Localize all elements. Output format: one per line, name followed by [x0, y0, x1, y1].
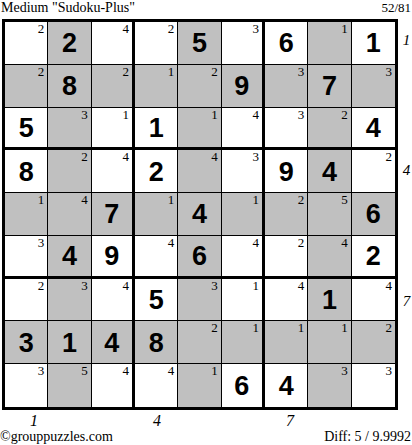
col-label-4: 4 — [147, 412, 167, 430]
cell-r6c2[interactable]: 4 — [48, 236, 91, 279]
cell-r6c9[interactable]: 2 — [352, 236, 395, 279]
cell-r5c7[interactable]: 2 — [265, 193, 308, 236]
cell-r1c2[interactable]: 2 — [48, 22, 91, 65]
pencil-mark: 4 — [211, 150, 218, 164]
cell-r5c9[interactable]: 6 — [352, 193, 395, 236]
pencil-mark: 3 — [298, 65, 305, 79]
cell-value: 4 — [104, 330, 119, 357]
pencil-mark: 4 — [122, 150, 129, 164]
pencil-mark: 1 — [211, 364, 218, 378]
cell-value: 1 — [149, 115, 164, 142]
cell-r8c1[interactable]: 3 — [5, 321, 48, 364]
cell-value: 1 — [322, 287, 337, 314]
pencil-mark: 2 — [211, 321, 218, 335]
cell-value: 2 — [366, 243, 381, 270]
row-label-4: 4 — [401, 162, 412, 179]
cell-r7c4[interactable]: 5 — [135, 279, 178, 322]
cell-r9c7[interactable]: 4 — [265, 364, 308, 407]
pencil-mark: 4 — [385, 279, 392, 293]
cell-r5c4[interactable]: 1 — [135, 193, 178, 236]
pencil-mark: 3 — [385, 364, 392, 378]
cell-r5c1[interactable]: 1 — [5, 193, 48, 236]
pencil-mark: 4 — [252, 236, 259, 250]
cell-value: 4 — [322, 159, 337, 186]
pencil-mark: 3 — [211, 279, 218, 293]
cell-r2c3[interactable]: 2 — [92, 65, 135, 108]
pencil-mark: 3 — [341, 364, 348, 378]
cell-value: 5 — [19, 115, 34, 142]
cell-r9c6[interactable]: 6 — [222, 364, 265, 407]
cell-r8c7[interactable]: 1 — [265, 321, 308, 364]
cell-r6c3[interactable]: 9 — [92, 236, 135, 279]
cell-value: 8 — [149, 330, 164, 357]
cell-r3c1[interactable]: 5 — [5, 108, 48, 151]
cell-r4c9[interactable]: 2 — [352, 150, 395, 193]
cell-r8c2[interactable]: 1 — [48, 321, 91, 364]
cell-value: 8 — [62, 73, 77, 100]
pencil-mark: 2 — [385, 321, 392, 335]
cell-r1c4[interactable]: 2 — [135, 22, 178, 65]
pencil-mark: 1 — [252, 193, 259, 207]
pencil-mark: 2 — [38, 22, 45, 36]
pencil-mark: 3 — [81, 279, 88, 293]
cell-value: 1 — [62, 330, 77, 357]
cell-r1c8[interactable]: 1 — [308, 22, 351, 65]
pencil-mark: 4 — [341, 236, 348, 250]
cell-r9c4[interactable]: 4 — [135, 364, 178, 407]
pencil-mark: 2 — [81, 150, 88, 164]
cell-r7c8[interactable]: 1 — [308, 279, 351, 322]
cell-r4c4[interactable]: 2 — [135, 150, 178, 193]
cell-r3c9[interactable]: 4 — [352, 108, 395, 151]
pencil-mark: 2 — [122, 65, 129, 79]
pencil-mark: 1 — [298, 321, 305, 335]
cell-value: 5 — [192, 30, 207, 57]
cell-r2c6[interactable]: 9 — [222, 65, 265, 108]
cell-r4c6[interactable]: 3 — [222, 150, 265, 193]
cell-r2c7[interactable]: 3 — [265, 65, 308, 108]
cell-r3c2[interactable]: 3 — [48, 108, 91, 151]
pencil-mark: 4 — [252, 108, 259, 122]
pencil-mark: 3 — [385, 65, 392, 79]
cell-value: 2 — [62, 30, 77, 57]
cell-value: 9 — [234, 73, 249, 100]
cell-r9c8[interactable]: 3 — [308, 364, 351, 407]
pencil-mark: 3 — [252, 22, 259, 36]
cell-value: 6 — [192, 243, 207, 270]
cell-r7c3[interactable]: 4 — [92, 279, 135, 322]
cell-r3c6[interactable]: 4 — [222, 108, 265, 151]
pencil-mark: 2 — [298, 193, 305, 207]
pencil-mark: 4 — [81, 193, 88, 207]
cell-r1c3[interactable]: 4 — [92, 22, 135, 65]
cell-r1c6[interactable]: 3 — [222, 22, 265, 65]
cell-r7c6[interactable]: 1 — [222, 279, 265, 322]
cell-r6c5[interactable]: 6 — [178, 236, 221, 279]
cell-value: 6 — [234, 373, 249, 400]
cell-r6c4[interactable]: 4 — [135, 236, 178, 279]
cell-r9c2[interactable]: 5 — [48, 364, 91, 407]
pencil-mark: 3 — [252, 150, 259, 164]
cell-r8c5[interactable]: 2 — [178, 321, 221, 364]
sudoku-board: 2242536112821293735311143248242439421471… — [2, 19, 398, 410]
cell-r4c1[interactable]: 8 — [5, 150, 48, 193]
pencil-mark: 4 — [122, 279, 129, 293]
cell-r6c1[interactable]: 3 — [5, 236, 48, 279]
pencil-mark: 1 — [252, 321, 259, 335]
cell-r7c7[interactable]: 4 — [265, 279, 308, 322]
cell-r8c3[interactable]: 4 — [92, 321, 135, 364]
pencil-mark: 3 — [298, 108, 305, 122]
cell-r8c4[interactable]: 8 — [135, 321, 178, 364]
cell-r1c5[interactable]: 5 — [178, 22, 221, 65]
pencil-mark: 5 — [341, 193, 348, 207]
cell-value: 9 — [279, 159, 294, 186]
row-label-1: 1 — [401, 32, 412, 49]
cell-r8c6[interactable]: 1 — [222, 321, 265, 364]
cell-value: 4 — [366, 115, 381, 142]
cell-r2c1[interactable]: 2 — [5, 65, 48, 108]
pencil-mark: 1 — [211, 108, 218, 122]
cell-r9c3[interactable]: 4 — [92, 364, 135, 407]
cell-value: 7 — [322, 73, 337, 100]
copyright-text: ©grouppuzzles.com — [0, 429, 113, 445]
cell-r3c4[interactable]: 1 — [135, 108, 178, 151]
cell-r2c4[interactable]: 1 — [135, 65, 178, 108]
pencil-mark: 1 — [341, 22, 348, 36]
pencil-mark: 4 — [298, 279, 305, 293]
cell-value: 5 — [149, 287, 164, 314]
cell-r1c1[interactable]: 2 — [5, 22, 48, 65]
cell-r5c3[interactable]: 7 — [92, 193, 135, 236]
pencil-mark: 1 — [168, 193, 175, 207]
pencil-mark: 1 — [122, 108, 129, 122]
cell-r2c5[interactable]: 2 — [178, 65, 221, 108]
cell-value: 4 — [279, 373, 294, 400]
cell-r4c3[interactable]: 4 — [92, 150, 135, 193]
pencil-mark: 2 — [38, 65, 45, 79]
cell-r5c2[interactable]: 4 — [48, 193, 91, 236]
pencil-mark: 1 — [252, 279, 259, 293]
col-label-7: 7 — [280, 412, 300, 430]
cell-r5c8[interactable]: 5 — [308, 193, 351, 236]
cell-value: 6 — [279, 30, 294, 57]
pencil-mark: 2 — [211, 65, 218, 79]
cell-r9c5[interactable]: 1 — [178, 364, 221, 407]
cell-value: 4 — [62, 243, 77, 270]
pencil-mark: 3 — [38, 364, 45, 378]
cell-r2c2[interactable]: 8 — [48, 65, 91, 108]
cell-r1c9[interactable]: 1 — [352, 22, 395, 65]
pencil-mark: 1 — [168, 65, 175, 79]
difficulty-text: Diff: 5 / 9.9992 — [324, 429, 411, 445]
pencil-mark: 2 — [168, 22, 175, 36]
cell-r6c8[interactable]: 4 — [308, 236, 351, 279]
cell-r5c5[interactable]: 4 — [178, 193, 221, 236]
cell-r3c8[interactable]: 2 — [308, 108, 351, 151]
cell-r7c9[interactable]: 4 — [352, 279, 395, 322]
cell-r4c8[interactable]: 4 — [308, 150, 351, 193]
cell-r9c9[interactable]: 3 — [352, 364, 395, 407]
pencil-mark: 2 — [385, 150, 392, 164]
page-title: Medium "Sudoku-Plus" — [1, 0, 135, 16]
cell-r6c7[interactable]: 2 — [265, 236, 308, 279]
cell-r3c5[interactable]: 1 — [178, 108, 221, 151]
cell-r3c3[interactable]: 1 — [92, 108, 135, 151]
cell-r3c7[interactable]: 3 — [265, 108, 308, 151]
cell-r7c2[interactable]: 3 — [48, 279, 91, 322]
pencil-mark: 2 — [341, 108, 348, 122]
cell-value: 3 — [19, 330, 34, 357]
cell-r4c2[interactable]: 2 — [48, 150, 91, 193]
cell-r9c1[interactable]: 3 — [5, 364, 48, 407]
cell-r6c6[interactable]: 4 — [222, 236, 265, 279]
cell-value: 4 — [192, 201, 207, 228]
cell-value: 1 — [366, 30, 381, 57]
cell-value: 8 — [19, 159, 34, 186]
row-label-7: 7 — [401, 293, 412, 310]
cell-r7c5[interactable]: 3 — [178, 279, 221, 322]
cell-r8c8[interactable]: 1 — [308, 321, 351, 364]
cell-r5c6[interactable]: 1 — [222, 193, 265, 236]
cell-r7c1[interactable]: 2 — [5, 279, 48, 322]
pencil-mark: 2 — [298, 236, 305, 250]
pencil-mark: 1 — [341, 321, 348, 335]
remaining-counter: 52/81 — [381, 0, 411, 16]
pencil-mark: 3 — [38, 236, 45, 250]
pencil-mark: 4 — [122, 22, 129, 36]
cell-value: 2 — [149, 159, 164, 186]
cell-value: 9 — [104, 243, 119, 270]
pencil-mark: 1 — [38, 193, 45, 207]
pencil-mark: 4 — [168, 236, 175, 250]
cell-value: 7 — [104, 201, 119, 228]
cell-r1c7[interactable]: 6 — [265, 22, 308, 65]
col-label-1: 1 — [24, 412, 44, 430]
pencil-mark: 4 — [168, 364, 175, 378]
pencil-mark: 5 — [81, 364, 88, 378]
cell-r2c9[interactable]: 3 — [352, 65, 395, 108]
pencil-mark: 2 — [38, 279, 45, 293]
cell-r4c7[interactable]: 9 — [265, 150, 308, 193]
pencil-mark: 4 — [122, 364, 129, 378]
pencil-mark: 3 — [81, 108, 88, 122]
cell-r8c9[interactable]: 2 — [352, 321, 395, 364]
cell-r2c8[interactable]: 7 — [308, 65, 351, 108]
cell-value: 6 — [366, 201, 381, 228]
cell-r4c5[interactable]: 4 — [178, 150, 221, 193]
